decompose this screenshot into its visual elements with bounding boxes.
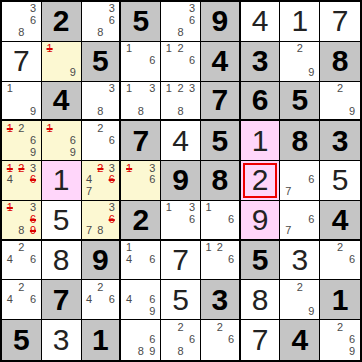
cell-r4c2[interactable]: 169: [42, 121, 82, 161]
cell-r3c3[interactable]: 38: [82, 82, 122, 122]
candidate-marks: 23467: [82, 161, 120, 200]
cell-r2c7[interactable]: 3: [241, 42, 281, 82]
candidate-marks: 26: [320, 241, 360, 280]
cell-r1c4[interactable]: 5: [121, 2, 161, 42]
candidate-6: 6: [147, 333, 159, 345]
cell-r2c1[interactable]: 7: [2, 42, 42, 82]
candidate-marks: 19: [42, 42, 81, 81]
candidate-2: 2: [16, 122, 28, 134]
candidate-4: 4: [4, 293, 16, 305]
candidate-9: 9: [346, 346, 358, 358]
candidate-7: 7: [84, 225, 95, 237]
cell-value: 9: [161, 161, 200, 200]
cell-r1c9[interactable]: 7: [320, 2, 360, 42]
candidate-1: 1: [163, 202, 175, 214]
candidate-9: 9: [346, 106, 358, 118]
candidate-9: 9: [67, 146, 79, 158]
candidate-9: 9: [27, 106, 39, 118]
cell-r2c2[interactable]: 19: [42, 42, 82, 82]
candidate-2: 2: [334, 321, 346, 333]
candidate-2: 2: [294, 43, 306, 55]
candidate-6: 6: [225, 254, 236, 266]
cell-value: 1: [241, 121, 280, 160]
candidate-9: 9: [306, 67, 318, 79]
cell-r1c7[interactable]: 4: [241, 2, 281, 42]
cell-r7c5[interactable]: 7: [161, 241, 201, 281]
candidate-1: 1: [203, 242, 214, 254]
cell-r4c4[interactable]: 7: [121, 121, 161, 161]
candidate-4: 4: [84, 174, 95, 186]
cell-value: 4: [42, 82, 81, 120]
candidate-marks: 16: [121, 42, 160, 81]
cell-r7c6[interactable]: 126: [201, 241, 241, 281]
cell-r6c6[interactable]: 16: [201, 201, 241, 241]
cell-value: 7: [42, 280, 81, 319]
candidate-3: 3: [147, 162, 159, 174]
candidate-6: 6: [225, 333, 236, 345]
cell-value: 5: [280, 82, 319, 120]
candidate-marks: 1238: [161, 82, 200, 120]
candidate-6: 6: [147, 55, 159, 67]
cell-r4c3[interactable]: 26: [82, 121, 122, 161]
cell-r6c2[interactable]: 5: [42, 201, 82, 241]
candidate-6-eliminated: 6: [27, 213, 39, 225]
candidate-3: 3: [27, 202, 39, 214]
cell-value: 8: [280, 121, 319, 160]
candidate-2: 2: [294, 281, 306, 293]
cell-r4c9[interactable]: 3: [320, 121, 360, 161]
candidate-2: 2: [16, 242, 28, 254]
candidate-4: 4: [4, 254, 16, 266]
cell-r7c8[interactable]: 3: [280, 241, 320, 281]
cell-r2c5[interactable]: 126: [161, 42, 201, 82]
candidate-3: 3: [27, 162, 39, 174]
candidate-6: 6: [27, 15, 39, 27]
cell-r2c9[interactable]: 8: [320, 42, 360, 82]
candidate-2: 2: [175, 83, 187, 95]
candidate-8: 8: [135, 106, 147, 118]
cell-value: 8: [320, 42, 360, 81]
candidate-6: 6: [186, 213, 198, 225]
cell-value: 4: [320, 201, 360, 239]
candidate-marks: 1269: [2, 121, 41, 160]
candidate-6: 6: [346, 254, 358, 266]
candidate-4: 4: [4, 174, 16, 186]
cell-r2c3[interactable]: 5: [82, 42, 122, 82]
candidate-6: 6: [147, 254, 159, 266]
sudoku-board: 3682368536894177195161264329819438138123…: [0, 0, 362, 362]
cell-value: 7: [121, 121, 160, 160]
candidate-marks: 268: [161, 320, 200, 360]
candidate-2: 2: [16, 281, 28, 293]
candidate-marks: 368: [2, 2, 41, 41]
cell-r7c9[interactable]: 26: [320, 241, 360, 281]
candidate-marks: 29: [280, 280, 319, 319]
cell-r1c8[interactable]: 1: [280, 2, 320, 42]
cell-value: 5: [241, 241, 280, 280]
candidate-6: 6: [186, 55, 198, 67]
candidate-marks: 126: [201, 241, 239, 280]
cell-r9c1[interactable]: 5: [2, 320, 42, 360]
cell-value: 7: [201, 82, 239, 120]
cell-value: 2: [42, 2, 81, 41]
candidate-1-eliminated: 1: [44, 43, 56, 55]
cell-r2c6[interactable]: 4: [201, 42, 241, 82]
cell-r5c5[interactable]: 9: [161, 161, 201, 201]
cell-value: 5: [82, 42, 120, 81]
candidate-marks: 67: [280, 201, 319, 239]
candidate-3: 3: [106, 202, 117, 214]
cell-value: 8: [201, 161, 239, 200]
candidate-2: 2: [334, 83, 346, 95]
candidate-marks: 246: [2, 280, 41, 319]
cell-r1c6[interactable]: 9: [201, 2, 241, 42]
candidate-3: 3: [186, 202, 198, 214]
candidate-3: 3: [27, 3, 39, 15]
cell-value: 6: [241, 82, 280, 120]
candidate-1: 1: [123, 242, 135, 254]
candidate-6: 6: [27, 254, 39, 266]
cell-value: 3: [42, 320, 81, 360]
candidate-1: 1: [4, 83, 16, 95]
candidate-marks: 136: [121, 161, 160, 200]
cell-value: 5: [320, 161, 360, 200]
candidate-marks: 136: [161, 201, 200, 239]
candidate-marks: 13689: [2, 201, 41, 239]
cell-r1c1[interactable]: 368: [2, 2, 42, 42]
cell-value: 5: [42, 201, 81, 239]
cell-r3c6[interactable]: 7: [201, 82, 241, 122]
cell-r9c9[interactable]: 269: [320, 320, 360, 360]
cell-r8c1[interactable]: 246: [2, 280, 42, 320]
cell-r3c2[interactable]: 4: [42, 82, 82, 122]
cell-r8c4[interactable]: 469: [121, 280, 161, 320]
candidate-6: 6: [225, 213, 236, 225]
cell-r5c9[interactable]: 5: [320, 161, 360, 201]
cell-r4c1[interactable]: 1269: [2, 121, 42, 161]
candidate-2: 2: [334, 242, 346, 254]
cell-value: 9: [241, 201, 280, 239]
cell-value: 5: [2, 320, 41, 360]
cell-r6c9[interactable]: 4: [320, 201, 360, 241]
cell-r9c8[interactable]: 4: [280, 320, 320, 360]
cell-r5c8[interactable]: 67: [280, 161, 320, 201]
candidate-6: 6: [186, 333, 198, 345]
cell-r3c9[interactable]: 29: [320, 82, 360, 122]
cell-r6c4[interactable]: 2: [121, 201, 161, 241]
candidate-marks: 3678: [82, 201, 120, 239]
cell-r5c6[interactable]: 8: [201, 161, 241, 201]
candidate-marks: 19: [2, 82, 41, 120]
candidate-6: 6: [306, 213, 318, 225]
candidate-6: 6: [67, 134, 79, 146]
candidate-6: 6: [106, 134, 117, 146]
cell-value: 3: [320, 121, 360, 160]
candidate-4: 4: [123, 293, 135, 305]
cell-r7c4[interactable]: 146: [121, 241, 161, 281]
candidate-2: 2: [95, 122, 106, 134]
cell-value: 8: [42, 241, 81, 280]
cell-r8c6[interactable]: 3: [201, 280, 241, 320]
cell-value: 7: [320, 2, 360, 41]
candidate-6-eliminated: 6: [106, 213, 117, 225]
cell-r9c6[interactable]: 26: [201, 320, 241, 360]
candidate-6: 6: [186, 15, 198, 27]
cell-r4c6[interactable]: 5: [201, 121, 241, 161]
cell-r5c4[interactable]: 136: [121, 161, 161, 201]
candidate-1: 1: [163, 83, 175, 95]
candidate-9: 9: [147, 305, 159, 317]
candidate-7: 7: [282, 186, 294, 198]
cell-r5c2[interactable]: 1: [42, 161, 82, 201]
candidate-8: 8: [175, 346, 187, 358]
cell-r3c8[interactable]: 5: [280, 82, 320, 122]
cell-value: 8: [241, 280, 280, 319]
candidate-8: 8: [95, 27, 106, 39]
cell-r7c2[interactable]: 8: [42, 241, 82, 281]
cell-value: 7: [161, 241, 200, 280]
candidate-6: 6: [147, 174, 159, 186]
cell-value: 2: [121, 201, 160, 239]
cell-value: 4: [161, 121, 200, 160]
candidate-6: 6: [346, 333, 358, 345]
cell-r9c3[interactable]: 1: [82, 320, 122, 360]
candidate-2: 2: [214, 321, 225, 333]
cell-r3c7[interactable]: 6: [241, 82, 281, 122]
cell-value: 7: [2, 42, 41, 81]
cell-r8c7[interactable]: 8: [241, 280, 281, 320]
candidate-2: 2: [175, 43, 187, 55]
candidate-2: 2: [214, 242, 225, 254]
candidate-marks: 38: [82, 82, 120, 120]
candidate-1: 1: [203, 202, 214, 214]
candidate-6: 6: [147, 293, 159, 305]
candidate-8: 8: [16, 27, 28, 39]
cell-value: 3: [280, 241, 319, 280]
candidate-9: 9: [27, 146, 39, 158]
candidate-1-eliminated: 1: [4, 122, 16, 134]
candidate-8: 8: [95, 106, 106, 118]
cell-r4c7[interactable]: 1: [241, 121, 281, 161]
candidate-1: 1: [123, 43, 135, 55]
candidate-2: 2: [175, 321, 187, 333]
cell-value: 4: [241, 2, 280, 41]
candidate-marks: 12346: [2, 161, 41, 200]
cell-r1c5[interactable]: 368: [161, 2, 201, 42]
candidate-9: 9: [306, 305, 318, 317]
cell-r8c9[interactable]: 1: [320, 280, 360, 320]
cell-r9c5[interactable]: 268: [161, 320, 201, 360]
candidate-marks: 67: [280, 161, 319, 200]
candidate-marks: 368: [82, 2, 120, 41]
candidate-7: 7: [282, 225, 294, 237]
cell-r1c3[interactable]: 368: [82, 2, 122, 42]
candidate-8: 8: [16, 225, 28, 237]
cell-r7c3[interactable]: 9: [82, 241, 122, 281]
candidate-6: 6: [106, 15, 117, 27]
cell-r8c2[interactable]: 7: [42, 280, 82, 320]
cell-r8c8[interactable]: 29: [280, 280, 320, 320]
cell-value: 3: [241, 42, 280, 81]
candidate-8: 8: [175, 106, 187, 118]
candidate-1: 1: [163, 43, 175, 55]
cell-r2c8[interactable]: 29: [280, 42, 320, 82]
candidate-marks: 169: [42, 121, 81, 160]
cell-r3c1[interactable]: 19: [2, 82, 42, 122]
cell-value: 1: [280, 2, 319, 41]
cell-r9c4[interactable]: 689: [121, 320, 161, 360]
candidate-3: 3: [186, 3, 198, 15]
candidate-7: 7: [84, 186, 95, 198]
cell-value: 1: [82, 320, 120, 360]
cell-r8c3[interactable]: 246: [82, 280, 122, 320]
candidate-9: 9: [67, 67, 79, 79]
cell-r6c5[interactable]: 136: [161, 201, 201, 241]
cell-r7c7[interactable]: 5: [241, 241, 281, 281]
candidate-2: 2: [95, 281, 106, 293]
cell-r8c5[interactable]: 5: [161, 280, 201, 320]
cell-r9c2[interactable]: 3: [42, 320, 82, 360]
cell-value: 4: [201, 42, 239, 81]
candidate-3: 3: [147, 83, 159, 95]
candidate-3: 3: [186, 83, 198, 95]
candidate-1: 1: [123, 83, 135, 95]
cell-value: 7: [241, 320, 280, 360]
cell-r5c1[interactable]: 12346: [2, 161, 42, 201]
candidate-3: 3: [106, 83, 117, 95]
candidate-3: 3: [106, 3, 117, 15]
candidate-4: 4: [123, 254, 135, 266]
candidate-1-eliminated: 1: [4, 162, 16, 174]
cell-r6c3[interactable]: 3678: [82, 201, 122, 241]
candidate-marks: 29: [320, 82, 360, 120]
cell-r5c7[interactable]: 2: [241, 161, 281, 201]
cell-value: 1: [320, 280, 360, 319]
cell-value: 9: [82, 241, 120, 280]
cell-r5c3[interactable]: 23467: [82, 161, 122, 201]
candidate-marks: 138: [121, 82, 160, 120]
cell-r3c5[interactable]: 1238: [161, 82, 201, 122]
cell-value: 4: [280, 320, 319, 360]
cell-r6c1[interactable]: 13689: [2, 201, 42, 241]
candidate-6: 6: [306, 174, 318, 186]
cell-r7c1[interactable]: 246: [2, 241, 42, 281]
cell-r4c8[interactable]: 8: [280, 121, 320, 161]
cell-r9c7[interactable]: 7: [241, 320, 281, 360]
candidate-6: 6: [27, 134, 39, 146]
candidate-6: 6: [27, 293, 39, 305]
candidate-8: 8: [175, 27, 187, 39]
candidate-8: 8: [135, 346, 147, 358]
candidate-marks: 146: [121, 241, 160, 280]
candidate-marks: 469: [121, 280, 160, 319]
candidate-2-eliminated: 2: [16, 162, 28, 174]
candidate-4: 4: [84, 293, 95, 305]
candidate-1-eliminated: 1: [123, 162, 135, 174]
cell-value: 5: [201, 121, 239, 160]
cell-r6c8[interactable]: 67: [280, 201, 320, 241]
candidate-9-eliminated: 9: [27, 225, 39, 237]
cell-r4c5[interactable]: 4: [161, 121, 201, 161]
candidate-marks: 26: [201, 320, 239, 360]
cell-value: 5: [161, 280, 200, 319]
candidate-marks: 26: [82, 121, 120, 160]
candidate-marks: 16: [201, 201, 239, 239]
candidate-6: 6: [106, 293, 117, 305]
candidate-marks: 269: [320, 320, 360, 360]
candidate-6-eliminated: 6: [106, 174, 117, 186]
candidate-marks: 246: [82, 280, 120, 319]
candidate-marks: 689: [121, 320, 160, 360]
candidate-1-eliminated: 1: [4, 202, 16, 214]
cell-r3c4[interactable]: 138: [121, 82, 161, 122]
cell-r2c4[interactable]: 16: [121, 42, 161, 82]
cell-value: 3: [201, 280, 239, 319]
candidate-marks: 246: [2, 241, 41, 280]
candidate-marks: 126: [161, 42, 200, 81]
candidate-6-eliminated: 6: [27, 174, 39, 186]
candidate-9: 9: [147, 346, 159, 358]
cell-value: 9: [201, 2, 239, 41]
cell-value: 5: [121, 2, 160, 41]
candidate-2-eliminated: 2: [95, 162, 106, 174]
cell-r6c7[interactable]: 9: [241, 201, 281, 241]
candidate-marks: 368: [161, 2, 200, 41]
cell-value: 2: [241, 161, 280, 200]
cell-value: 1: [42, 161, 81, 200]
candidate-marks: 29: [280, 42, 319, 81]
candidate-3: 3: [106, 162, 117, 174]
candidate-1-eliminated: 1: [44, 122, 56, 134]
candidate-8: 8: [95, 225, 106, 237]
cell-r1c2[interactable]: 2: [42, 2, 82, 42]
